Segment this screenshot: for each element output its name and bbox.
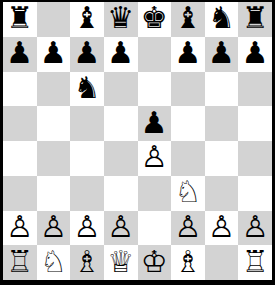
square-f7[interactable]: ♟ <box>171 37 205 72</box>
square-f2[interactable]: ♙ <box>171 211 205 246</box>
square-a8[interactable]: ♜ <box>3 2 37 37</box>
square-c2[interactable]: ♙ <box>70 211 104 246</box>
square-b4[interactable] <box>37 141 71 176</box>
piece-white-queen: ♕ <box>107 247 134 277</box>
piece-white-pawn: ♙ <box>6 212 33 242</box>
square-h5[interactable] <box>238 106 272 141</box>
square-h4[interactable] <box>238 141 272 176</box>
square-c8[interactable]: ♝ <box>70 2 104 37</box>
square-h3[interactable] <box>238 176 272 211</box>
square-a4[interactable] <box>3 141 37 176</box>
square-g6[interactable] <box>205 72 239 107</box>
square-h8[interactable]: ♜ <box>238 2 272 37</box>
piece-white-king: ♔ <box>141 247 168 277</box>
piece-white-rook: ♖ <box>6 247 33 277</box>
piece-white-bishop: ♗ <box>74 247 101 277</box>
square-c4[interactable] <box>70 141 104 176</box>
square-b6[interactable] <box>37 72 71 107</box>
square-f4[interactable] <box>171 141 205 176</box>
piece-black-knight: ♞ <box>208 3 235 33</box>
piece-black-pawn: ♟ <box>242 38 269 68</box>
piece-white-bishop: ♗ <box>174 247 201 277</box>
piece-black-pawn: ♟ <box>208 38 235 68</box>
square-d8[interactable]: ♛ <box>104 2 138 37</box>
square-b3[interactable] <box>37 176 71 211</box>
piece-white-pawn: ♙ <box>107 212 134 242</box>
square-f8[interactable]: ♝ <box>171 2 205 37</box>
square-d6[interactable] <box>104 72 138 107</box>
piece-white-pawn: ♙ <box>208 212 235 242</box>
piece-white-rook: ♖ <box>242 247 269 277</box>
piece-black-bishop: ♝ <box>74 3 101 33</box>
piece-white-pawn: ♙ <box>174 212 201 242</box>
square-b7[interactable]: ♟ <box>37 37 71 72</box>
square-d5[interactable] <box>104 106 138 141</box>
square-h7[interactable]: ♟ <box>238 37 272 72</box>
chess-board: ♜♝♛♚♝♞♜♟♟♟♟♟♟♟♞♟♙♘♙♙♙♙♙♙♙♖♘♗♕♔♗♖ <box>3 2 272 280</box>
square-g1[interactable] <box>205 245 239 280</box>
square-b5[interactable] <box>37 106 71 141</box>
piece-black-bishop: ♝ <box>174 3 201 33</box>
piece-black-pawn: ♟ <box>40 38 67 68</box>
piece-white-pawn: ♙ <box>74 212 101 242</box>
piece-black-pawn: ♟ <box>141 108 168 138</box>
square-g8[interactable]: ♞ <box>205 2 239 37</box>
square-a2[interactable]: ♙ <box>3 211 37 246</box>
square-e3[interactable] <box>138 176 172 211</box>
square-b1[interactable]: ♘ <box>37 245 71 280</box>
piece-black-knight: ♞ <box>74 73 101 103</box>
square-g3[interactable] <box>205 176 239 211</box>
square-a1[interactable]: ♖ <box>3 245 37 280</box>
square-h1[interactable]: ♖ <box>238 245 272 280</box>
square-e2[interactable] <box>138 211 172 246</box>
square-c7[interactable]: ♟ <box>70 37 104 72</box>
square-f1[interactable]: ♗ <box>171 245 205 280</box>
square-b8[interactable] <box>37 2 71 37</box>
square-g5[interactable] <box>205 106 239 141</box>
piece-black-queen: ♛ <box>107 3 134 33</box>
piece-white-knight: ♘ <box>40 247 67 277</box>
piece-white-pawn: ♙ <box>141 142 168 172</box>
square-g2[interactable]: ♙ <box>205 211 239 246</box>
piece-black-rook: ♜ <box>242 3 269 33</box>
square-f6[interactable] <box>171 72 205 107</box>
square-a3[interactable] <box>3 176 37 211</box>
piece-black-pawn: ♟ <box>6 38 33 68</box>
square-a7[interactable]: ♟ <box>3 37 37 72</box>
square-c5[interactable] <box>70 106 104 141</box>
piece-white-pawn: ♙ <box>40 212 67 242</box>
square-c6[interactable]: ♞ <box>70 72 104 107</box>
square-e4[interactable]: ♙ <box>138 141 172 176</box>
square-c1[interactable]: ♗ <box>70 245 104 280</box>
square-e5[interactable]: ♟ <box>138 106 172 141</box>
square-a6[interactable] <box>3 72 37 107</box>
square-h2[interactable]: ♙ <box>238 211 272 246</box>
piece-black-king: ♚ <box>141 3 168 33</box>
piece-white-knight: ♘ <box>174 177 201 207</box>
square-b2[interactable]: ♙ <box>37 211 71 246</box>
square-d7[interactable]: ♟ <box>104 37 138 72</box>
square-d1[interactable]: ♕ <box>104 245 138 280</box>
square-g4[interactable] <box>205 141 239 176</box>
square-e1[interactable]: ♔ <box>138 245 172 280</box>
square-d4[interactable] <box>104 141 138 176</box>
piece-black-pawn: ♟ <box>174 38 201 68</box>
square-e8[interactable]: ♚ <box>138 2 172 37</box>
square-d2[interactable]: ♙ <box>104 211 138 246</box>
square-f5[interactable] <box>171 106 205 141</box>
square-e7[interactable] <box>138 37 172 72</box>
square-a5[interactable] <box>3 106 37 141</box>
piece-white-pawn: ♙ <box>242 212 269 242</box>
board-frame: ♜♝♛♚♝♞♜♟♟♟♟♟♟♟♞♟♙♘♙♙♙♙♙♙♙♖♘♗♕♔♗♖ <box>0 0 275 285</box>
square-c3[interactable] <box>70 176 104 211</box>
piece-black-rook: ♜ <box>6 3 33 33</box>
square-g7[interactable]: ♟ <box>205 37 239 72</box>
square-h6[interactable] <box>238 72 272 107</box>
square-e6[interactable] <box>138 72 172 107</box>
piece-black-pawn: ♟ <box>74 38 101 68</box>
square-f3[interactable]: ♘ <box>171 176 205 211</box>
piece-black-pawn: ♟ <box>107 38 134 68</box>
square-d3[interactable] <box>104 176 138 211</box>
